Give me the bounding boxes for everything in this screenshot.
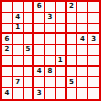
cell-r7c4[interactable]: 4 bbox=[34, 67, 45, 78]
cell-r1c8[interactable] bbox=[77, 2, 88, 13]
cell-r5c8[interactable] bbox=[77, 45, 88, 56]
cell-r9c5[interactable] bbox=[45, 88, 56, 99]
given-digit: 4 bbox=[80, 36, 85, 43]
cell-r1c4[interactable]: 6 bbox=[34, 2, 45, 13]
cell-r6c9[interactable] bbox=[88, 56, 99, 67]
cell-r5c1[interactable]: 2 bbox=[2, 45, 13, 56]
cell-r9c3[interactable] bbox=[24, 88, 35, 99]
given-digit: 3 bbox=[91, 36, 96, 43]
given-digit: 6 bbox=[4, 36, 9, 43]
cell-r2c7[interactable] bbox=[67, 13, 78, 24]
cell-r9c9[interactable] bbox=[88, 88, 99, 99]
cell-r2c9[interactable] bbox=[88, 13, 99, 24]
cell-r1c6[interactable] bbox=[56, 2, 67, 13]
cell-r6c3[interactable] bbox=[24, 56, 35, 67]
cell-r2c5[interactable]: 3 bbox=[45, 13, 56, 24]
cell-r7c5[interactable]: 8 bbox=[45, 67, 56, 78]
cell-r2c3[interactable] bbox=[24, 13, 35, 24]
cell-r5c3[interactable]: 5 bbox=[24, 45, 35, 56]
cell-r6c1[interactable] bbox=[2, 56, 13, 67]
cell-r6c2[interactable] bbox=[13, 56, 24, 67]
given-digit: 2 bbox=[4, 46, 9, 53]
cell-r6c7[interactable] bbox=[67, 56, 78, 67]
cell-r3c2[interactable]: 1 bbox=[13, 24, 24, 35]
cell-r5c7[interactable] bbox=[67, 45, 78, 56]
cell-r1c2[interactable] bbox=[13, 2, 24, 13]
cell-r2c8[interactable] bbox=[77, 13, 88, 24]
sudoku-board: 62431643251487543 bbox=[0, 0, 101, 101]
cell-r8c9[interactable] bbox=[88, 77, 99, 88]
cell-r3c8[interactable] bbox=[77, 24, 88, 35]
given-digit: 7 bbox=[15, 79, 20, 86]
cell-r2c4[interactable] bbox=[34, 13, 45, 24]
cell-r7c1[interactable] bbox=[2, 67, 13, 78]
cell-r6c6[interactable]: 1 bbox=[56, 56, 67, 67]
given-digit: 4 bbox=[4, 90, 9, 97]
cell-r8c1[interactable] bbox=[2, 77, 13, 88]
cell-r5c9[interactable] bbox=[88, 45, 99, 56]
cell-r4c3[interactable] bbox=[24, 34, 35, 45]
cell-r4c9[interactable]: 3 bbox=[88, 34, 99, 45]
given-digit: 8 bbox=[48, 68, 53, 75]
cell-r9c4[interactable]: 3 bbox=[34, 88, 45, 99]
given-digit: 6 bbox=[37, 3, 42, 10]
cell-r3c6[interactable] bbox=[56, 24, 67, 35]
given-digit: 3 bbox=[37, 90, 42, 97]
cell-r7c8[interactable] bbox=[77, 67, 88, 78]
cell-r7c2[interactable] bbox=[13, 67, 24, 78]
cell-r8c5[interactable] bbox=[45, 77, 56, 88]
given-digit: 4 bbox=[15, 14, 20, 21]
given-digit: 5 bbox=[26, 46, 31, 53]
cell-r6c5[interactable] bbox=[45, 56, 56, 67]
cell-r3c4[interactable] bbox=[34, 24, 45, 35]
cell-r7c7[interactable] bbox=[67, 67, 78, 78]
cell-r6c8[interactable] bbox=[77, 56, 88, 67]
cell-r2c6[interactable] bbox=[56, 13, 67, 24]
cell-r1c5[interactable] bbox=[45, 2, 56, 13]
cell-r9c6[interactable] bbox=[56, 88, 67, 99]
cell-r4c5[interactable] bbox=[45, 34, 56, 45]
cell-r6c4[interactable] bbox=[34, 56, 45, 67]
cell-r4c6[interactable] bbox=[56, 34, 67, 45]
given-digit: 2 bbox=[69, 3, 74, 10]
cell-r3c5[interactable] bbox=[45, 24, 56, 35]
cell-r8c8[interactable] bbox=[77, 77, 88, 88]
cell-r9c2[interactable] bbox=[13, 88, 24, 99]
cell-r3c1[interactable] bbox=[2, 24, 13, 35]
cell-r4c2[interactable] bbox=[13, 34, 24, 45]
cell-r8c6[interactable] bbox=[56, 77, 67, 88]
cell-r8c3[interactable] bbox=[24, 77, 35, 88]
cell-r5c5[interactable] bbox=[45, 45, 56, 56]
cell-r9c8[interactable] bbox=[77, 88, 88, 99]
cell-r5c6[interactable] bbox=[56, 45, 67, 56]
cell-r2c2[interactable]: 4 bbox=[13, 13, 24, 24]
cell-r1c9[interactable] bbox=[88, 2, 99, 13]
cell-r4c4[interactable] bbox=[34, 34, 45, 45]
cell-r2c1[interactable] bbox=[2, 13, 13, 24]
cell-r4c7[interactable] bbox=[67, 34, 78, 45]
cell-r3c9[interactable] bbox=[88, 24, 99, 35]
cell-r8c2[interactable]: 7 bbox=[13, 77, 24, 88]
given-digit: 5 bbox=[69, 79, 74, 86]
cell-r3c7[interactable] bbox=[67, 24, 78, 35]
given-digit: 3 bbox=[48, 14, 53, 21]
cell-r1c7[interactable]: 2 bbox=[67, 2, 78, 13]
cell-r4c1[interactable]: 6 bbox=[2, 34, 13, 45]
given-digit: 1 bbox=[15, 24, 20, 31]
cell-r7c3[interactable] bbox=[24, 67, 35, 78]
cell-r8c7[interactable]: 5 bbox=[67, 77, 78, 88]
cell-r1c1[interactable] bbox=[2, 2, 13, 13]
cell-r7c9[interactable] bbox=[88, 67, 99, 78]
cell-r3c3[interactable] bbox=[24, 24, 35, 35]
cell-r9c7[interactable] bbox=[67, 88, 78, 99]
given-digit: 4 bbox=[37, 68, 42, 75]
cell-r8c4[interactable] bbox=[34, 77, 45, 88]
cell-r5c4[interactable] bbox=[34, 45, 45, 56]
cell-r5c2[interactable] bbox=[13, 45, 24, 56]
cell-r4c8[interactable]: 4 bbox=[77, 34, 88, 45]
cell-r7c6[interactable] bbox=[56, 67, 67, 78]
given-digit: 1 bbox=[58, 57, 63, 64]
cell-r1c3[interactable] bbox=[24, 2, 35, 13]
cell-r9c1[interactable]: 4 bbox=[2, 88, 13, 99]
